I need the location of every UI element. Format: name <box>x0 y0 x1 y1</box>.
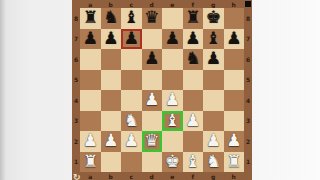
square-h3[interactable] <box>224 111 245 132</box>
coord-label-h: h <box>224 0 245 8</box>
coord-label-3: 3 <box>244 111 252 132</box>
piece-white-knight: ♞ <box>206 153 221 171</box>
square-d2[interactable]: ♛ <box>142 131 163 152</box>
coord-label-1: 1 <box>244 152 252 173</box>
flip-board-icon[interactable]: ↻ <box>73 172 81 180</box>
square-g7[interactable]: ♝ <box>203 29 224 50</box>
square-f4[interactable] <box>183 90 204 111</box>
square-c3[interactable]: ♞ <box>121 111 142 132</box>
square-g4[interactable] <box>203 90 224 111</box>
piece-black-queen: ♛ <box>144 9 159 27</box>
square-f7[interactable]: ♟ <box>183 29 204 50</box>
coord-label-2: 2 <box>244 131 252 152</box>
board-grid: ♜♞♝♛♜♚♟♟♟♟♟♝♟♟♞♟♟♟♞♝♟♟♟♟♛♟♟♜♚♝♞♜ <box>80 8 244 172</box>
piece-white-rook: ♜ <box>226 153 241 171</box>
piece-white-bishop: ♝ <box>165 112 180 130</box>
square-e3[interactable]: ♝ <box>162 111 183 132</box>
square-h4[interactable] <box>224 90 245 111</box>
coord-label-8: 8 <box>244 8 252 29</box>
square-c8[interactable]: ♝ <box>121 8 142 29</box>
square-a6[interactable] <box>80 49 101 70</box>
square-g5[interactable] <box>203 70 224 91</box>
square-c4[interactable] <box>121 90 142 111</box>
square-e5[interactable] <box>162 70 183 91</box>
square-c5[interactable] <box>121 70 142 91</box>
ranks-left: 87654321 <box>72 8 80 172</box>
square-f6[interactable]: ♞ <box>183 49 204 70</box>
coord-label-4: 4 <box>244 90 252 111</box>
square-a2[interactable]: ♟ <box>80 131 101 152</box>
square-h1[interactable]: ♜ <box>224 152 245 173</box>
square-a4[interactable] <box>80 90 101 111</box>
square-a8[interactable]: ♜ <box>80 8 101 29</box>
square-b4[interactable] <box>101 90 122 111</box>
square-b2[interactable]: ♟ <box>101 131 122 152</box>
piece-black-bishop: ♝ <box>124 9 139 27</box>
piece-black-pawn: ♟ <box>144 50 159 68</box>
coord-label-h: h <box>224 172 245 180</box>
square-c6[interactable] <box>121 49 142 70</box>
piece-white-pawn: ♟ <box>103 132 118 150</box>
page-background: abcdefgh abcdefgh 87654321 87654321 ♜♞♝♛… <box>0 0 320 180</box>
square-e7[interactable]: ♟ <box>162 29 183 50</box>
coord-label-f: f <box>183 172 204 180</box>
square-e1[interactable]: ♚ <box>162 152 183 173</box>
square-b5[interactable] <box>101 70 122 91</box>
piece-black-knight: ♞ <box>103 9 118 27</box>
square-g1[interactable]: ♞ <box>203 152 224 173</box>
piece-black-pawn: ♟ <box>124 30 139 48</box>
piece-white-pawn: ♟ <box>124 132 139 150</box>
coord-label-d: d <box>142 172 163 180</box>
square-a3[interactable] <box>80 111 101 132</box>
square-b8[interactable]: ♞ <box>101 8 122 29</box>
square-e6[interactable] <box>162 49 183 70</box>
square-d7[interactable] <box>142 29 163 50</box>
square-e8[interactable] <box>162 8 183 29</box>
square-c2[interactable]: ♟ <box>121 131 142 152</box>
piece-white-pawn: ♟ <box>185 112 200 130</box>
square-g2[interactable]: ♟ <box>203 131 224 152</box>
piece-white-bishop: ♝ <box>185 153 200 171</box>
piece-white-queen: ♛ <box>144 132 159 150</box>
coord-label-5: 5 <box>244 70 252 91</box>
piece-black-pawn: ♟ <box>185 30 200 48</box>
coord-label-g: g <box>203 172 224 180</box>
coord-label-2: 2 <box>72 131 80 152</box>
square-f2[interactable] <box>183 131 204 152</box>
ranks-right: 87654321 <box>244 8 252 172</box>
square-h8[interactable] <box>224 8 245 29</box>
piece-white-king: ♚ <box>165 153 180 171</box>
piece-white-pawn: ♟ <box>83 132 98 150</box>
square-f5[interactable] <box>183 70 204 91</box>
piece-black-knight: ♞ <box>185 50 200 68</box>
piece-black-king: ♚ <box>206 9 221 27</box>
coord-label-5: 5 <box>72 70 80 91</box>
piece-black-pawn: ♟ <box>103 30 118 48</box>
coord-label-g: g <box>203 0 224 8</box>
piece-white-pawn: ♟ <box>226 132 241 150</box>
piece-black-pawn: ♟ <box>165 30 180 48</box>
square-c7[interactable]: ♟ <box>121 29 142 50</box>
coord-label-1: 1 <box>72 152 80 173</box>
square-h6[interactable] <box>224 49 245 70</box>
square-d1[interactable] <box>142 152 163 173</box>
square-a1[interactable]: ♜ <box>80 152 101 173</box>
coord-label-b: b <box>101 0 122 8</box>
coord-label-6: 6 <box>244 49 252 70</box>
piece-white-pawn: ♟ <box>165 91 180 109</box>
coord-label-7: 7 <box>72 29 80 50</box>
square-d3[interactable] <box>142 111 163 132</box>
square-g3[interactable] <box>203 111 224 132</box>
piece-black-rook: ♜ <box>185 9 200 27</box>
coord-label-f: f <box>183 0 204 8</box>
square-b3[interactable] <box>101 111 122 132</box>
piece-black-pawn: ♟ <box>226 30 241 48</box>
coord-label-e: e <box>162 172 183 180</box>
piece-black-bishop: ♝ <box>206 30 221 48</box>
square-a7[interactable]: ♟ <box>80 29 101 50</box>
black-to-move-indicator-icon <box>245 1 251 7</box>
piece-white-pawn: ♟ <box>144 91 159 109</box>
coord-label-4: 4 <box>72 90 80 111</box>
piece-black-rook: ♜ <box>83 9 98 27</box>
coord-label-c: c <box>121 0 142 8</box>
square-e4[interactable]: ♟ <box>162 90 183 111</box>
piece-white-pawn: ♟ <box>206 132 221 150</box>
coord-label-a: a <box>80 0 101 8</box>
square-f3[interactable]: ♟ <box>183 111 204 132</box>
square-a5[interactable] <box>80 70 101 91</box>
piece-black-pawn: ♟ <box>206 50 221 68</box>
square-b1[interactable] <box>101 152 122 173</box>
coord-label-7: 7 <box>244 29 252 50</box>
coord-label-c: c <box>121 172 142 180</box>
square-h2[interactable]: ♟ <box>224 131 245 152</box>
piece-white-knight: ♞ <box>124 112 139 130</box>
square-c1[interactable] <box>121 152 142 173</box>
piece-black-pawn: ♟ <box>83 30 98 48</box>
square-b7[interactable]: ♟ <box>101 29 122 50</box>
files-bottom: abcdefgh <box>80 172 244 180</box>
coord-label-6: 6 <box>72 49 80 70</box>
board: abcdefgh abcdefgh 87654321 87654321 ♜♞♝♛… <box>72 0 252 180</box>
files-top: abcdefgh <box>80 0 244 8</box>
coord-label-d: d <box>142 0 163 8</box>
square-d8[interactable]: ♛ <box>142 8 163 29</box>
square-f8[interactable]: ♜ <box>183 8 204 29</box>
coord-label-a: a <box>80 172 101 180</box>
square-h7[interactable]: ♟ <box>224 29 245 50</box>
piece-white-rook: ♜ <box>83 153 98 171</box>
square-d4[interactable]: ♟ <box>142 90 163 111</box>
coord-label-b: b <box>101 172 122 180</box>
coord-label-3: 3 <box>72 111 80 132</box>
square-d6[interactable]: ♟ <box>142 49 163 70</box>
square-f1[interactable]: ♝ <box>183 152 204 173</box>
square-g6[interactable]: ♟ <box>203 49 224 70</box>
coord-label-e: e <box>162 0 183 8</box>
square-e2[interactable] <box>162 131 183 152</box>
square-d5[interactable] <box>142 70 163 91</box>
square-g8[interactable]: ♚ <box>203 8 224 29</box>
coord-label-8: 8 <box>72 8 80 29</box>
square-b6[interactable] <box>101 49 122 70</box>
square-h5[interactable] <box>224 70 245 91</box>
